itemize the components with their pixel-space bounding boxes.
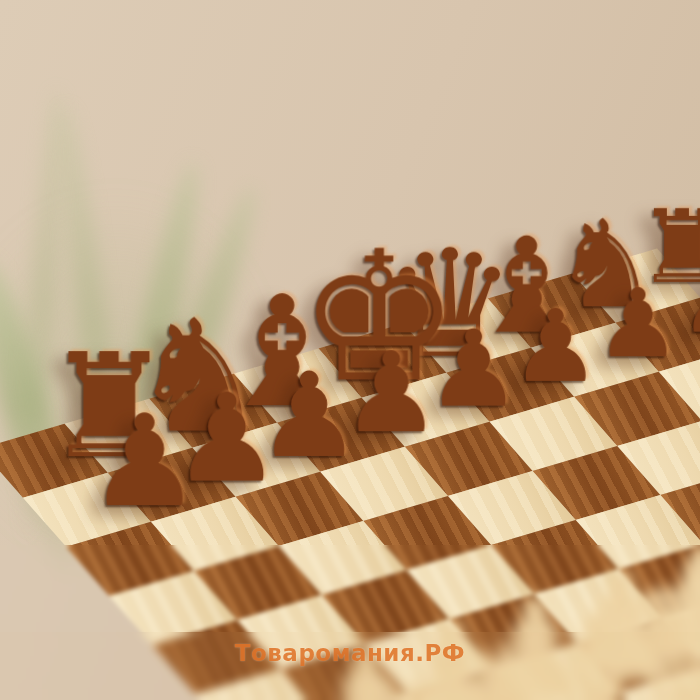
product-photo: ♜♞♝♚♛♝♞♜♟♟♟♟♟♟♟♟♟♟♟♟♟♟♟♟♜♞♝♚♛♝♞♜ Товаром… bbox=[0, 0, 700, 700]
